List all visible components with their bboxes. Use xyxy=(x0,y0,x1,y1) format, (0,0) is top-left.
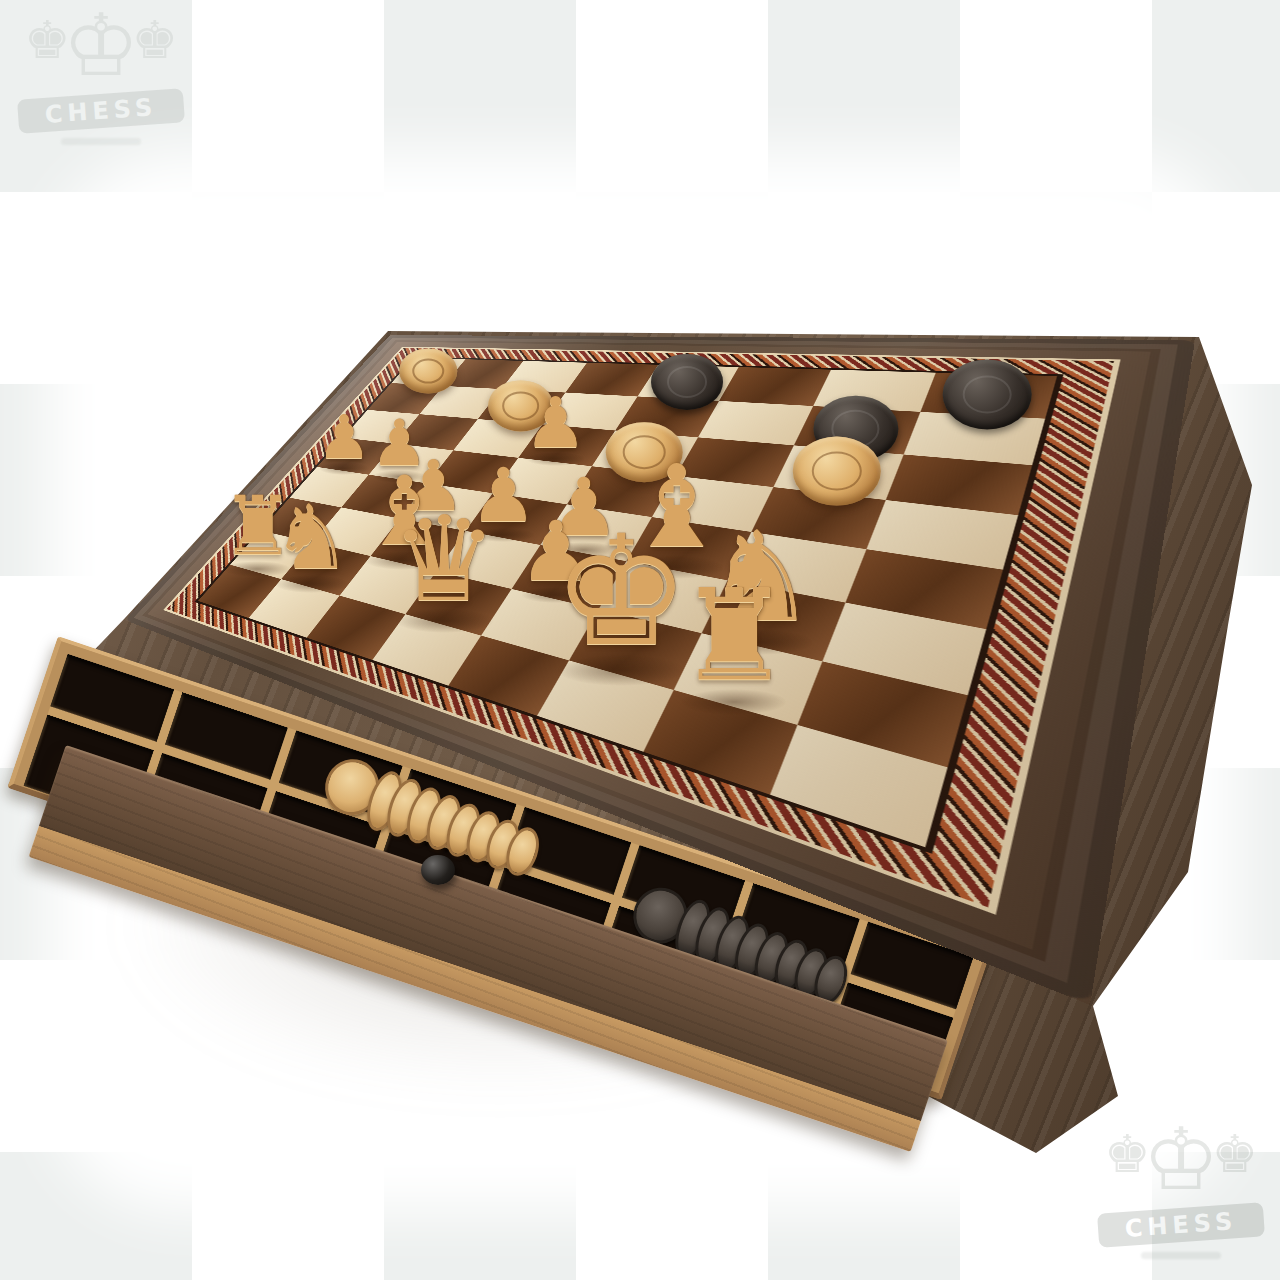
product-photo-canvas: { "game": "chess-and-checkers-wooden-box… xyxy=(0,0,1280,1280)
drawer-knob xyxy=(421,855,455,885)
square-f8 xyxy=(719,367,830,406)
square-g8 xyxy=(813,370,936,412)
square-h8 xyxy=(920,373,1057,419)
